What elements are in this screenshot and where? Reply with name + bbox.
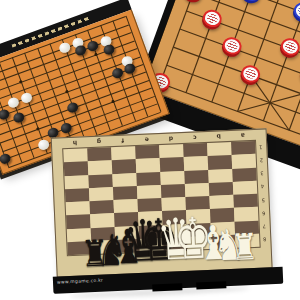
chess-square <box>184 169 209 183</box>
file-label: b <box>207 132 231 142</box>
rank-label: 3 <box>257 167 267 181</box>
chess-square <box>88 174 113 188</box>
chess-square <box>135 145 160 159</box>
rank-label: 7 <box>259 220 269 234</box>
chess-square <box>233 194 258 208</box>
chess-square <box>136 172 161 186</box>
chess-square <box>159 144 184 158</box>
chess-square <box>64 175 89 189</box>
chess-set: abcdefgh 87654321 www.mgame.co.kr ♜♞♝♛♚♛… <box>51 128 274 293</box>
go-stone-black <box>86 40 100 53</box>
chess-square <box>87 147 112 161</box>
file-label: h <box>63 138 87 148</box>
chess-square <box>233 181 258 195</box>
chess-square <box>232 167 257 181</box>
file-label: g <box>87 137 111 147</box>
chess-square <box>66 214 91 228</box>
file-label: c <box>183 133 207 143</box>
file-label: f <box>111 136 135 146</box>
chess-square <box>65 188 90 202</box>
chess-square <box>137 185 162 199</box>
watermark-text: www.mgame.co.kr <box>57 278 103 285</box>
chess-square <box>160 170 185 184</box>
go-stone-white <box>6 96 20 109</box>
chess-square <box>88 160 113 174</box>
go-stone-black <box>0 152 12 165</box>
rank-label: 6 <box>259 207 269 221</box>
chess-square <box>63 148 88 162</box>
rank-label: 4 <box>258 180 268 194</box>
chess-square <box>231 141 256 155</box>
chess-square <box>112 159 137 173</box>
rank-label: 8 <box>260 233 270 247</box>
chess-square <box>207 142 232 156</box>
product-photo-stage: abcdefgh 87654321 www.mgame.co.kr ♜♞♝♛♚♛… <box>0 0 300 300</box>
go-stone-black <box>12 111 26 124</box>
chess-square <box>185 183 210 197</box>
rank-label: 2 <box>257 154 267 168</box>
chess-square <box>136 158 161 172</box>
go-stone-black <box>66 101 80 114</box>
chess-square <box>160 157 185 171</box>
chess-square <box>208 155 233 169</box>
chess-square <box>161 184 186 198</box>
chess-square <box>232 154 257 168</box>
rank-label: 1 <box>256 140 266 154</box>
chess-square <box>208 168 233 182</box>
go-stone-white <box>36 139 50 152</box>
chess-square <box>112 173 137 187</box>
rank-label: 5 <box>258 193 268 207</box>
go-stone-black <box>0 108 10 121</box>
go-stone-black <box>111 67 125 80</box>
chess-square <box>90 200 115 214</box>
chess-square <box>184 156 209 170</box>
chess-square <box>89 187 114 201</box>
file-label: e <box>135 135 159 145</box>
chess-square <box>66 201 91 215</box>
go-stone-white <box>58 41 72 54</box>
chess-square <box>64 161 89 175</box>
chess-square <box>209 195 234 209</box>
file-label: a <box>231 131 255 141</box>
chess-square <box>113 186 138 200</box>
go-stone-white <box>19 91 33 104</box>
go-stone-black <box>59 121 73 134</box>
chess-square <box>111 146 136 160</box>
chess-square <box>183 143 208 157</box>
file-label: d <box>159 134 183 144</box>
chess-square <box>209 182 234 196</box>
white-rook: ♜ <box>230 229 258 266</box>
